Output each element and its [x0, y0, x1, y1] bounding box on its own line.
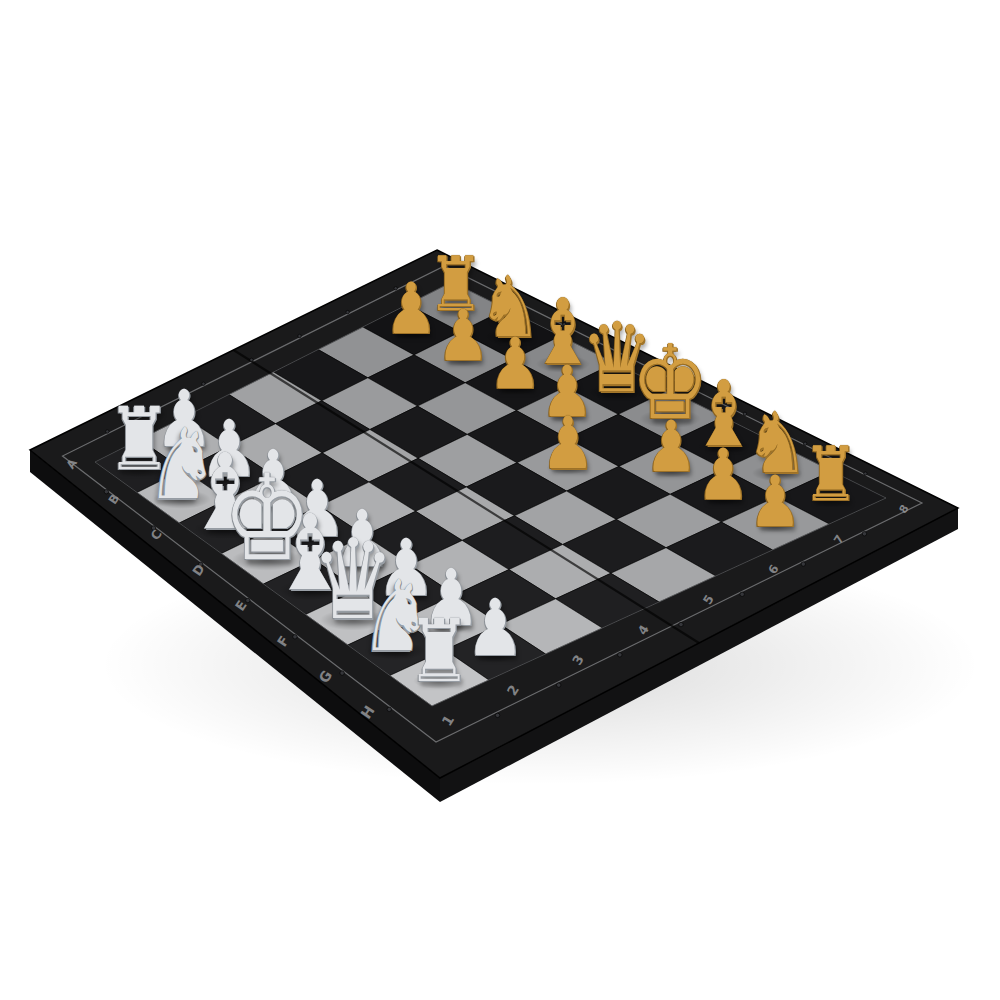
- frame-rivet: [864, 472, 867, 475]
- gold-pawn-g7[interactable]: ♟: [696, 439, 749, 510]
- frame-rivet: [246, 598, 250, 602]
- gold-pawn-b7[interactable]: ♟: [436, 301, 489, 372]
- frame-rivet: [104, 489, 108, 493]
- frame-rivet: [801, 562, 805, 566]
- gold-pawn-f7[interactable]: ♟: [644, 411, 697, 482]
- frame-rivet: [387, 707, 391, 711]
- frame-rivet: [298, 334, 301, 337]
- frame-rivet: [250, 358, 253, 361]
- frame-rivet: [495, 713, 499, 717]
- silver-pawn-h2[interactable]: ♟: [465, 589, 524, 667]
- frame-rivet: [618, 653, 622, 657]
- chess-set-photo: A1B2C3D4E5F6G7H8 ♜♟♞♟♝♟♛♟♚♝♟♟♜♟♞♟♟♞♜♟♟♝♟…: [0, 0, 1000, 1000]
- frame-rivet: [862, 532, 866, 536]
- silver-rook-h1[interactable]: ♜: [406, 608, 471, 695]
- gold-pawn-e6[interactable]: ♟: [540, 407, 594, 479]
- gold-pawn-a7[interactable]: ♟: [384, 273, 437, 344]
- frame-rivet: [293, 635, 297, 639]
- gold-pawn-c7[interactable]: ♟: [488, 328, 541, 399]
- frame-rivet: [340, 671, 344, 675]
- frame-rivet: [740, 592, 744, 596]
- frame-rivet: [679, 622, 683, 626]
- frame-rivet: [557, 683, 561, 687]
- gold-rook-h8[interactable]: ♜: [803, 437, 859, 512]
- gold-pawn-h7[interactable]: ♟: [748, 467, 801, 538]
- frame-rivet: [346, 310, 349, 313]
